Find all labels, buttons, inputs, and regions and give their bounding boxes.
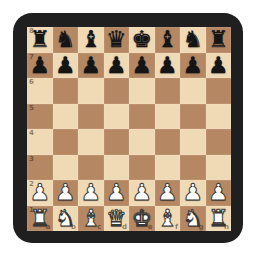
square-a5[interactable]: 5 (27, 104, 53, 130)
white-pawn-h2[interactable]: ♟ (208, 180, 229, 206)
black-pawn-e7[interactable]: ♟ (131, 53, 152, 79)
square-g5[interactable] (180, 104, 206, 130)
square-b2[interactable]: ♟ (53, 180, 79, 206)
square-h4[interactable] (206, 129, 232, 155)
square-d2[interactable]: ♟ (104, 180, 130, 206)
square-e6[interactable] (129, 78, 155, 104)
square-f4[interactable] (155, 129, 181, 155)
square-d8[interactable]: ♛ (104, 27, 130, 53)
rank-label-6: 6 (29, 78, 34, 86)
square-f8[interactable]: ♝ (155, 27, 181, 53)
square-b7[interactable]: ♟ (53, 53, 79, 79)
square-e8[interactable]: ♚ (129, 27, 155, 53)
chess-board: 8♜♞♝♛♚♝♞♜7♟♟♟♟♟♟♟♟65432♟♟♟♟♟♟♟♟1a♜b♞c♝d♛… (27, 27, 231, 231)
square-c4[interactable] (78, 129, 104, 155)
square-g2[interactable]: ♟ (180, 180, 206, 206)
square-c3[interactable] (78, 155, 104, 181)
rank-label-3: 3 (29, 155, 34, 163)
black-pawn-b7[interactable]: ♟ (55, 53, 76, 79)
black-knight-g8[interactable]: ♞ (182, 27, 203, 53)
file-label-e: e (148, 223, 153, 231)
black-knight-b8[interactable]: ♞ (55, 27, 76, 53)
square-f5[interactable] (155, 104, 181, 130)
square-a4[interactable]: 4 (27, 129, 53, 155)
file-label-a: a (46, 223, 51, 231)
square-e2[interactable]: ♟ (129, 180, 155, 206)
square-c5[interactable] (78, 104, 104, 130)
square-e5[interactable] (129, 104, 155, 130)
square-h8[interactable]: ♜ (206, 27, 232, 53)
square-f6[interactable] (155, 78, 181, 104)
square-b5[interactable] (53, 104, 79, 130)
square-b1[interactable]: b♞ (53, 206, 79, 232)
black-pawn-g7[interactable]: ♟ (182, 53, 203, 79)
square-g3[interactable] (180, 155, 206, 181)
square-f3[interactable] (155, 155, 181, 181)
square-a8[interactable]: 8♜ (27, 27, 53, 53)
black-pawn-f7[interactable]: ♟ (157, 53, 178, 79)
square-c7[interactable]: ♟ (78, 53, 104, 79)
square-b6[interactable] (53, 78, 79, 104)
rank-label-1: 1 (29, 206, 34, 214)
black-bishop-c8[interactable]: ♝ (80, 27, 101, 53)
square-d4[interactable] (104, 129, 130, 155)
square-h1[interactable]: h♜ (206, 206, 232, 232)
white-pawn-b2[interactable]: ♟ (55, 180, 76, 206)
square-g4[interactable] (180, 129, 206, 155)
square-d6[interactable] (104, 78, 130, 104)
rank-label-2: 2 (29, 180, 34, 188)
square-c6[interactable] (78, 78, 104, 104)
white-pawn-g2[interactable]: ♟ (182, 180, 203, 206)
black-king-e8[interactable]: ♚ (131, 27, 152, 53)
square-g1[interactable]: g♞ (180, 206, 206, 232)
square-h3[interactable] (206, 155, 232, 181)
square-e7[interactable]: ♟ (129, 53, 155, 79)
square-h7[interactable]: ♟ (206, 53, 232, 79)
file-label-f: f (175, 223, 178, 231)
square-g8[interactable]: ♞ (180, 27, 206, 53)
square-b4[interactable] (53, 129, 79, 155)
square-a6[interactable]: 6 (27, 78, 53, 104)
square-g6[interactable] (180, 78, 206, 104)
file-label-b: b (71, 223, 76, 231)
square-c8[interactable]: ♝ (78, 27, 104, 53)
chess-app: 8♜♞♝♛♚♝♞♜7♟♟♟♟♟♟♟♟65432♟♟♟♟♟♟♟♟1a♜b♞c♝d♛… (0, 0, 256, 256)
square-a3[interactable]: 3 (27, 155, 53, 181)
square-b8[interactable]: ♞ (53, 27, 79, 53)
white-pawn-d2[interactable]: ♟ (106, 180, 127, 206)
rank-label-7: 7 (29, 53, 34, 61)
square-d3[interactable] (104, 155, 130, 181)
square-f1[interactable]: f♝ (155, 206, 181, 232)
square-f2[interactable]: ♟ (155, 180, 181, 206)
square-c2[interactable]: ♟ (78, 180, 104, 206)
white-pawn-f2[interactable]: ♟ (157, 180, 178, 206)
square-a1[interactable]: 1a♜ (27, 206, 53, 232)
square-e3[interactable] (129, 155, 155, 181)
file-label-d: d (122, 223, 127, 231)
square-h6[interactable] (206, 78, 232, 104)
black-pawn-h7[interactable]: ♟ (208, 53, 229, 79)
white-pawn-e2[interactable]: ♟ (131, 180, 152, 206)
black-bishop-f8[interactable]: ♝ (157, 27, 178, 53)
rank-label-5: 5 (29, 104, 34, 112)
square-e1[interactable]: e♚ (129, 206, 155, 232)
file-label-g: g (198, 223, 203, 231)
black-rook-h8[interactable]: ♜ (208, 27, 229, 53)
file-label-c: c (97, 223, 101, 231)
square-c1[interactable]: c♝ (78, 206, 104, 232)
square-d5[interactable] (104, 104, 130, 130)
square-d7[interactable]: ♟ (104, 53, 130, 79)
black-pawn-c7[interactable]: ♟ (80, 53, 101, 79)
square-a7[interactable]: 7♟ (27, 53, 53, 79)
square-d1[interactable]: d♛ (104, 206, 130, 232)
white-pawn-c2[interactable]: ♟ (80, 180, 101, 206)
square-h5[interactable] (206, 104, 232, 130)
black-pawn-d7[interactable]: ♟ (106, 53, 127, 79)
file-label-h: h (224, 223, 229, 231)
square-h2[interactable]: ♟ (206, 180, 232, 206)
square-b3[interactable] (53, 155, 79, 181)
square-e4[interactable] (129, 129, 155, 155)
square-g7[interactable]: ♟ (180, 53, 206, 79)
black-queen-d8[interactable]: ♛ (106, 27, 127, 53)
rank-label-4: 4 (29, 129, 34, 137)
square-a2[interactable]: 2♟ (27, 180, 53, 206)
square-f7[interactable]: ♟ (155, 53, 181, 79)
rank-label-8: 8 (29, 27, 34, 35)
